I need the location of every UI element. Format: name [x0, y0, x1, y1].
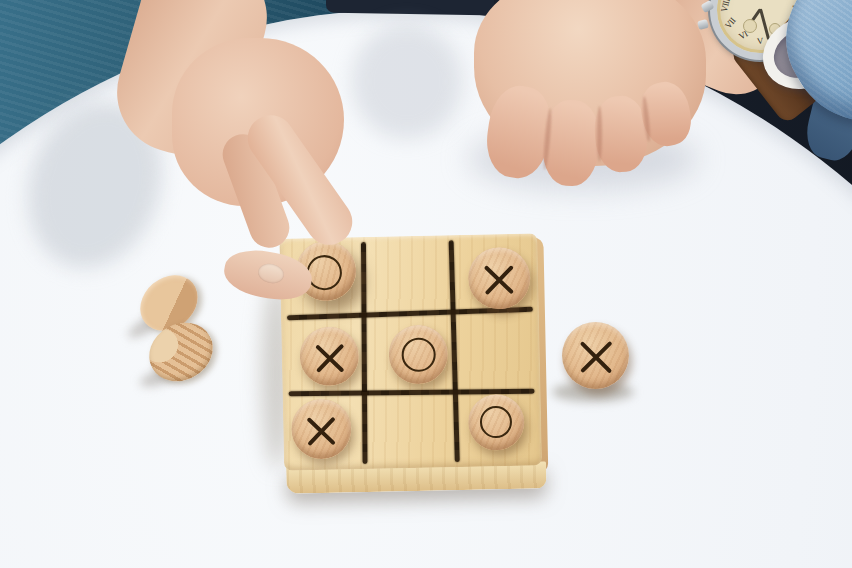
- x-mark: [575, 335, 617, 377]
- wrist-shadow: [352, 24, 462, 139]
- x-mark: [311, 338, 348, 375]
- watch-subdial: [743, 19, 757, 33]
- piece-x-r0c2[interactable]: [468, 247, 531, 310]
- wooden-board: [279, 233, 548, 496]
- piece-x-off-board[interactable]: [562, 322, 629, 389]
- grid-line-vertical-2: [449, 240, 460, 462]
- watch-numeral: VII: [724, 16, 738, 30]
- grid-line-vertical-1: [361, 242, 368, 464]
- piece-x-r1c0[interactable]: [299, 326, 359, 386]
- o-mark: [480, 406, 513, 439]
- o-mark: [401, 337, 436, 372]
- x-mark: [480, 259, 519, 298]
- watch-numeral: VIII: [720, 0, 732, 13]
- board-grid[interactable]: [279, 233, 542, 470]
- piece-o-r1c1[interactable]: [388, 324, 448, 384]
- piece-o-r2c2[interactable]: [468, 394, 525, 451]
- tic-tac-toe-photo-scene: VIII VII VI V IIII III II: [0, 0, 852, 568]
- watch-numeral: V: [757, 37, 764, 47]
- finger-crease: [597, 106, 602, 162]
- x-mark: [302, 410, 340, 448]
- piece-x-r2c0[interactable]: [291, 398, 352, 459]
